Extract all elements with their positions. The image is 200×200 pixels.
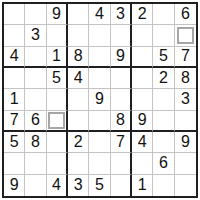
cell-r1c5[interactable]: 4 (89, 4, 110, 25)
cell-r4c9[interactable]: 8 (175, 68, 196, 89)
given-digit: 9 (52, 6, 61, 22)
given-digit: 2 (74, 134, 83, 150)
cell-r4c5[interactable] (89, 68, 110, 89)
cell-r4c8[interactable]: 2 (153, 68, 174, 89)
cell-r7c7[interactable]: 4 (132, 132, 153, 153)
given-digit: 9 (10, 177, 19, 193)
cell-r6c7[interactable]: 9 (132, 111, 153, 132)
cell-r4c3[interactable]: 5 (47, 68, 68, 89)
cell-r9c2[interactable] (25, 175, 46, 196)
cell-r9c6[interactable] (111, 175, 132, 196)
cell-r9c7[interactable]: 1 (132, 175, 153, 196)
cell-r2c4[interactable] (68, 25, 89, 46)
given-digit: 4 (10, 48, 19, 64)
cell-r6c4[interactable] (68, 111, 89, 132)
cell-r2c9[interactable] (175, 25, 196, 46)
cell-r2c8[interactable] (153, 25, 174, 46)
given-digit: 6 (159, 155, 168, 171)
cell-r8c8[interactable]: 6 (153, 153, 174, 174)
given-digit: 8 (74, 48, 83, 64)
cell-r5c7[interactable] (132, 89, 153, 110)
cell-r9c4[interactable]: 3 (68, 175, 89, 196)
cell-r5c8[interactable] (153, 89, 174, 110)
cell-r8c1[interactable] (4, 153, 25, 174)
given-digit: 6 (31, 112, 40, 128)
cell-r5c9[interactable]: 3 (175, 89, 196, 110)
cell-r7c6[interactable]: 7 (111, 132, 132, 153)
cell-r2c1[interactable] (4, 25, 25, 46)
cell-r3c5[interactable] (89, 47, 110, 68)
given-digit: 1 (52, 48, 61, 64)
cell-r8c4[interactable] (68, 153, 89, 174)
cell-r4c1[interactable] (4, 68, 25, 89)
given-digit: 4 (52, 177, 61, 193)
cell-r9c9[interactable] (175, 175, 196, 196)
cell-r5c5[interactable]: 9 (89, 89, 110, 110)
cell-r5c6[interactable] (111, 89, 132, 110)
given-digit: 6 (181, 6, 190, 22)
cell-r8c6[interactable] (111, 153, 132, 174)
cell-r7c9[interactable]: 9 (175, 132, 196, 153)
cell-r5c1[interactable]: 1 (4, 89, 25, 110)
cell-r3c6[interactable]: 9 (111, 47, 132, 68)
cell-r8c9[interactable] (175, 153, 196, 174)
selected-cell-marker (48, 112, 65, 129)
cell-r3c2[interactable] (25, 47, 46, 68)
cell-r7c1[interactable]: 5 (4, 132, 25, 153)
given-digit: 4 (74, 70, 83, 86)
sudoku-board: 94326341895754281937689582749694351 (2, 2, 198, 198)
given-digit: 7 (116, 134, 125, 150)
cell-r1c6[interactable]: 3 (111, 4, 132, 25)
cell-r4c4[interactable]: 4 (68, 68, 89, 89)
given-digit: 5 (159, 48, 168, 64)
cell-r1c8[interactable] (153, 4, 174, 25)
cell-r1c4[interactable] (68, 4, 89, 25)
cell-r6c6[interactable]: 8 (111, 111, 132, 132)
given-digit: 9 (181, 134, 190, 150)
cell-r7c4[interactable]: 2 (68, 132, 89, 153)
given-digit: 3 (181, 91, 190, 107)
cell-r9c1[interactable]: 9 (4, 175, 25, 196)
cell-r6c1[interactable]: 7 (4, 111, 25, 132)
cell-r2c7[interactable] (132, 25, 153, 46)
given-digit: 7 (181, 48, 190, 64)
cell-r2c6[interactable] (111, 25, 132, 46)
cell-r2c2[interactable]: 3 (25, 25, 46, 46)
cell-r5c2[interactable] (25, 89, 46, 110)
given-digit: 8 (31, 134, 40, 150)
cell-r4c7[interactable] (132, 68, 153, 89)
cell-r3c4[interactable]: 8 (68, 47, 89, 68)
cell-r5c4[interactable] (68, 89, 89, 110)
cell-r9c5[interactable]: 5 (89, 175, 110, 196)
cell-r6c9[interactable] (175, 111, 196, 132)
cell-r6c8[interactable] (153, 111, 174, 132)
given-digit: 2 (138, 6, 147, 22)
given-digit: 5 (10, 134, 19, 150)
given-digit: 8 (181, 70, 190, 86)
cell-r5c3[interactable] (47, 89, 68, 110)
cell-r8c5[interactable] (89, 153, 110, 174)
given-digit: 3 (116, 6, 125, 22)
cell-r8c3[interactable] (47, 153, 68, 174)
cell-r4c2[interactable] (25, 68, 46, 89)
cell-r2c5[interactable] (89, 25, 110, 46)
cell-r9c8[interactable] (153, 175, 174, 196)
cell-r8c7[interactable] (132, 153, 153, 174)
cell-r7c8[interactable] (153, 132, 174, 153)
cell-r3c8[interactable]: 5 (153, 47, 174, 68)
given-digit: 9 (138, 112, 147, 128)
selected-cell-marker (177, 27, 194, 44)
cell-r3c3[interactable]: 1 (47, 47, 68, 68)
given-digit: 9 (95, 91, 104, 107)
given-digit: 2 (159, 70, 168, 86)
cell-r6c3[interactable] (47, 111, 68, 132)
cell-r7c5[interactable] (89, 132, 110, 153)
cell-r3c1[interactable]: 4 (4, 47, 25, 68)
cell-r8c2[interactable] (25, 153, 46, 174)
given-digit: 1 (138, 177, 147, 193)
cell-r3c7[interactable] (132, 47, 153, 68)
given-digit: 4 (95, 6, 104, 22)
given-digit: 5 (95, 177, 104, 193)
given-digit: 9 (116, 48, 125, 64)
cell-r9c3[interactable]: 4 (47, 175, 68, 196)
cell-r2c3[interactable] (47, 25, 68, 46)
cell-r7c2[interactable]: 8 (25, 132, 46, 153)
cell-r1c2[interactable] (25, 4, 46, 25)
given-digit: 3 (31, 27, 40, 43)
cell-r6c5[interactable] (89, 111, 110, 132)
given-digit: 5 (52, 70, 61, 86)
given-digit: 1 (10, 91, 19, 107)
given-digit: 4 (138, 134, 147, 150)
cell-r1c9[interactable]: 6 (175, 4, 196, 25)
cell-r1c7[interactable]: 2 (132, 4, 153, 25)
cell-r3c9[interactable]: 7 (175, 47, 196, 68)
cell-r6c2[interactable]: 6 (25, 111, 46, 132)
given-digit: 8 (116, 112, 125, 128)
given-digit: 7 (10, 112, 19, 128)
cell-r4c6[interactable] (111, 68, 132, 89)
given-digit: 3 (74, 177, 83, 193)
cell-r1c1[interactable] (4, 4, 25, 25)
cell-r1c3[interactable]: 9 (47, 4, 68, 25)
cell-r7c3[interactable] (47, 132, 68, 153)
